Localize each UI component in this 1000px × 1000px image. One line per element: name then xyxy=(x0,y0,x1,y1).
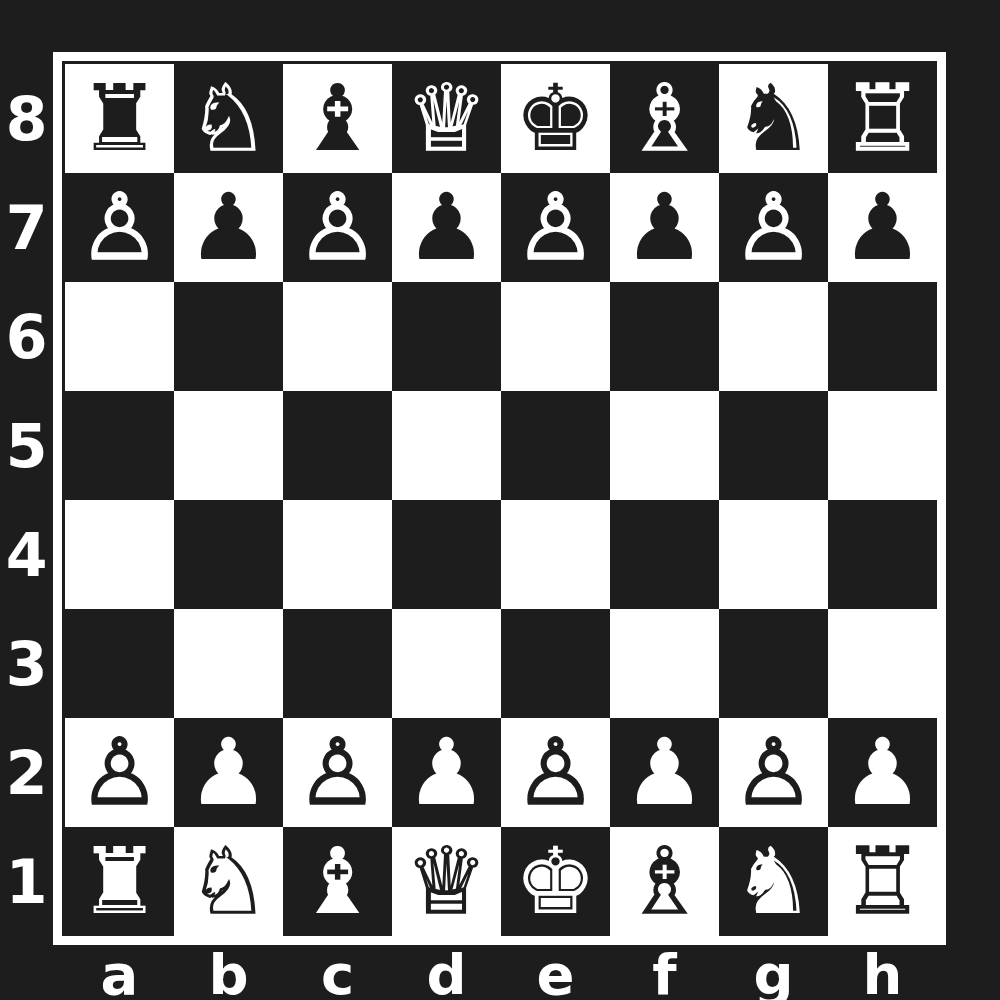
square-h5[interactable] xyxy=(828,391,937,500)
square-b3[interactable] xyxy=(174,609,283,718)
file-label-g: g xyxy=(719,942,828,1000)
square-h7[interactable]: ♟ xyxy=(828,173,937,282)
square-a5[interactable] xyxy=(65,391,174,500)
square-d4[interactable] xyxy=(392,500,501,609)
piece-white-pawn: ♟ xyxy=(187,727,269,819)
square-f5[interactable] xyxy=(610,391,719,500)
square-a4[interactable] xyxy=(65,500,174,609)
square-f2[interactable]: ♟ xyxy=(610,718,719,827)
rank-label-3: 3 xyxy=(0,609,53,718)
piece-white-pawn: ♙ xyxy=(514,727,596,819)
square-b8[interactable]: ♘ xyxy=(174,64,283,173)
square-d8[interactable]: ♕ xyxy=(392,64,501,173)
square-f1[interactable]: ♗ xyxy=(610,827,719,936)
piece-white-pawn: ♙ xyxy=(732,727,814,819)
piece-black-pawn: ♟ xyxy=(187,182,269,274)
piece-black-pawn: ♟ xyxy=(623,182,705,274)
square-b2[interactable]: ♟ xyxy=(174,718,283,827)
rank-label-5: 5 xyxy=(0,391,53,500)
piece-black-bishop: ♗ xyxy=(623,73,705,165)
square-g4[interactable] xyxy=(719,500,828,609)
square-f7[interactable]: ♟ xyxy=(610,173,719,282)
square-d7[interactable]: ♟ xyxy=(392,173,501,282)
square-e8[interactable]: ♚ xyxy=(501,64,610,173)
piece-black-pawn: ♟ xyxy=(841,182,923,274)
chess-board: ♜♘♝♕♚♗♞♖♙♟♙♟♙♟♙♟♙♟♙♟♙♟♙♟♜♘♝♕♚♗♞♖ xyxy=(65,64,937,936)
piece-white-pawn: ♙ xyxy=(78,727,160,819)
square-h2[interactable]: ♟ xyxy=(828,718,937,827)
square-g8[interactable]: ♞ xyxy=(719,64,828,173)
square-b6[interactable] xyxy=(174,282,283,391)
piece-black-rook: ♜ xyxy=(78,73,160,165)
square-h8[interactable]: ♖ xyxy=(828,64,937,173)
square-h6[interactable] xyxy=(828,282,937,391)
piece-black-bishop: ♝ xyxy=(296,73,378,165)
square-a3[interactable] xyxy=(65,609,174,718)
square-g3[interactable] xyxy=(719,609,828,718)
square-d2[interactable]: ♟ xyxy=(392,718,501,827)
piece-white-pawn: ♟ xyxy=(405,727,487,819)
square-a2[interactable]: ♙ xyxy=(65,718,174,827)
square-f6[interactable] xyxy=(610,282,719,391)
piece-black-queen: ♕ xyxy=(405,73,487,165)
square-e6[interactable] xyxy=(501,282,610,391)
square-b5[interactable] xyxy=(174,391,283,500)
piece-white-king: ♚ xyxy=(514,836,596,928)
square-b4[interactable] xyxy=(174,500,283,609)
square-c8[interactable]: ♝ xyxy=(283,64,392,173)
square-h4[interactable] xyxy=(828,500,937,609)
rank-labels: 87654321 xyxy=(0,64,53,936)
file-label-h: h xyxy=(828,942,937,1000)
square-e2[interactable]: ♙ xyxy=(501,718,610,827)
piece-white-rook: ♖ xyxy=(841,836,923,928)
file-label-c: c xyxy=(283,942,392,1000)
piece-white-pawn: ♟ xyxy=(623,727,705,819)
square-b1[interactable]: ♘ xyxy=(174,827,283,936)
square-d1[interactable]: ♕ xyxy=(392,827,501,936)
square-e5[interactable] xyxy=(501,391,610,500)
file-labels: abcdefgh xyxy=(65,942,937,998)
square-e7[interactable]: ♙ xyxy=(501,173,610,282)
piece-black-knight: ♞ xyxy=(732,73,814,165)
square-a6[interactable] xyxy=(65,282,174,391)
square-e1[interactable]: ♚ xyxy=(501,827,610,936)
square-e3[interactable] xyxy=(501,609,610,718)
rank-label-7: 7 xyxy=(0,173,53,282)
square-a7[interactable]: ♙ xyxy=(65,173,174,282)
piece-white-pawn: ♟ xyxy=(841,727,923,819)
square-d6[interactable] xyxy=(392,282,501,391)
square-f8[interactable]: ♗ xyxy=(610,64,719,173)
piece-white-queen: ♕ xyxy=(405,836,487,928)
piece-white-bishop: ♝ xyxy=(296,836,378,928)
square-a1[interactable]: ♜ xyxy=(65,827,174,936)
square-c3[interactable] xyxy=(283,609,392,718)
rank-label-2: 2 xyxy=(0,718,53,827)
square-g2[interactable]: ♙ xyxy=(719,718,828,827)
square-b7[interactable]: ♟ xyxy=(174,173,283,282)
square-c2[interactable]: ♙ xyxy=(283,718,392,827)
square-g7[interactable]: ♙ xyxy=(719,173,828,282)
square-c7[interactable]: ♙ xyxy=(283,173,392,282)
piece-white-pawn: ♙ xyxy=(296,727,378,819)
square-d3[interactable] xyxy=(392,609,501,718)
piece-white-knight: ♘ xyxy=(187,836,269,928)
piece-black-pawn: ♙ xyxy=(732,182,814,274)
piece-black-pawn: ♙ xyxy=(78,182,160,274)
rank-label-1: 1 xyxy=(0,827,53,936)
piece-black-pawn: ♙ xyxy=(296,182,378,274)
piece-black-rook: ♖ xyxy=(841,73,923,165)
square-g1[interactable]: ♞ xyxy=(719,827,828,936)
square-e4[interactable] xyxy=(501,500,610,609)
rank-label-6: 6 xyxy=(0,282,53,391)
piece-black-pawn: ♙ xyxy=(514,182,596,274)
file-label-d: d xyxy=(392,942,501,1000)
file-label-b: b xyxy=(174,942,283,1000)
file-label-f: f xyxy=(610,942,719,1000)
piece-black-knight: ♘ xyxy=(187,73,269,165)
piece-black-pawn: ♟ xyxy=(405,182,487,274)
rank-label-8: 8 xyxy=(0,64,53,173)
file-label-a: a xyxy=(65,942,174,1000)
square-c6[interactable] xyxy=(283,282,392,391)
square-h3[interactable] xyxy=(828,609,937,718)
piece-white-knight: ♞ xyxy=(732,836,814,928)
file-label-e: e xyxy=(501,942,610,1000)
piece-black-king: ♚ xyxy=(514,73,596,165)
square-f3[interactable] xyxy=(610,609,719,718)
rank-label-4: 4 xyxy=(0,500,53,609)
square-g5[interactable] xyxy=(719,391,828,500)
piece-white-bishop: ♗ xyxy=(623,836,705,928)
square-a8[interactable]: ♜ xyxy=(65,64,174,173)
square-g6[interactable] xyxy=(719,282,828,391)
square-c1[interactable]: ♝ xyxy=(283,827,392,936)
square-f4[interactable] xyxy=(610,500,719,609)
piece-white-rook: ♜ xyxy=(78,836,160,928)
square-c5[interactable] xyxy=(283,391,392,500)
square-c4[interactable] xyxy=(283,500,392,609)
square-h1[interactable]: ♖ xyxy=(828,827,937,936)
square-d5[interactable] xyxy=(392,391,501,500)
